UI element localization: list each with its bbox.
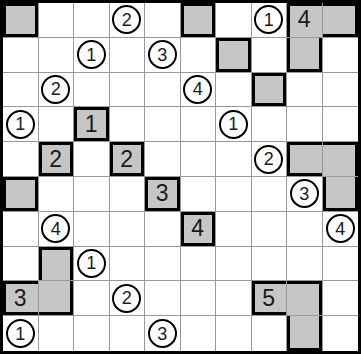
ingredient-circle: 2 [112,5,141,34]
cell-r1c4[interactable]: 3 [145,38,181,73]
cell-r6c8[interactable] [287,212,323,247]
cell-r3c2[interactable]: 1 [74,107,110,142]
pot-value: 4 [191,217,204,240]
cell-r9c2[interactable] [74,316,110,351]
cell-r0c5[interactable] [181,3,217,38]
cell-r3c8[interactable] [287,107,323,142]
cell-r7c8[interactable] [287,247,323,282]
cell-r0c8[interactable]: 4 [287,3,323,38]
cell-r5c1[interactable] [39,177,75,212]
ingredient-circle: 2 [112,284,141,313]
cell-r8c0[interactable]: 3 [3,281,39,316]
cell-r5c7[interactable] [252,177,288,212]
cell-r3c1[interactable] [39,107,75,142]
cell-r4c2[interactable] [74,142,110,177]
ingredient-circle: 4 [183,75,212,104]
cell-r9c1[interactable] [39,316,75,351]
cell-r3c0[interactable]: 1 [3,107,39,142]
ingredient-circle: 3 [148,40,177,69]
cell-r6c5[interactable]: 4 [181,212,217,247]
pot-value: 3 [156,182,169,205]
cell-r9c0[interactable]: 1 [3,316,39,351]
cell-r7c1[interactable] [39,247,75,282]
cell-r5c6[interactable] [216,177,252,212]
cell-r1c6[interactable] [216,38,252,73]
cell-r2c0[interactable] [3,73,39,108]
cell-r8c8[interactable] [287,281,323,316]
cell-r7c4[interactable] [145,247,181,282]
cell-r1c7[interactable] [252,38,288,73]
ingredient-circle: 3 [290,179,319,208]
cell-r6c1[interactable]: 4 [39,212,75,247]
cell-r7c2[interactable]: 1 [74,247,110,282]
ingredient-circle: 1 [254,5,283,34]
cell-r3c3[interactable] [110,107,146,142]
cell-r8c1[interactable] [39,281,75,316]
ingredient-circle: 4 [41,214,70,243]
cell-r8c7[interactable]: 5 [252,281,288,316]
cell-r9c8[interactable] [287,316,323,351]
cell-r4c7[interactable]: 2 [252,142,288,177]
cell-r6c3[interactable] [110,212,146,247]
cell-r1c0[interactable] [3,38,39,73]
cell-r4c6[interactable] [216,142,252,177]
cell-r7c6[interactable] [216,247,252,282]
cell-r8c3[interactable]: 2 [110,281,146,316]
cell-r3c6[interactable]: 1 [216,107,252,142]
cell-r0c1[interactable] [39,3,75,38]
pot-value: 4 [298,8,311,31]
cell-r1c9[interactable] [323,38,359,73]
ingredient-circle: 4 [326,214,355,243]
cell-r7c0[interactable] [3,247,39,282]
cell-r6c0[interactable] [3,212,39,247]
cell-r9c4[interactable]: 3 [145,316,181,351]
cell-r9c3[interactable] [110,316,146,351]
ingredient-circle: 2 [41,75,70,104]
cell-r4c9[interactable] [323,142,359,177]
cell-r2c7[interactable] [252,73,288,108]
cell-r2c3[interactable] [110,73,146,108]
cell-r7c7[interactable] [252,247,288,282]
pot-value: 1 [85,113,98,136]
ingredient-circle: 1 [6,110,35,139]
cell-r4c8[interactable] [287,142,323,177]
cell-r5c2[interactable] [74,177,110,212]
cell-r8c5[interactable] [181,281,217,316]
cell-r7c5[interactable] [181,247,217,282]
cell-r2c5[interactable]: 4 [181,73,217,108]
pot-value: 3 [14,287,27,310]
cell-r0c7[interactable]: 1 [252,3,288,38]
ingredient-circle: 1 [77,249,106,278]
cell-r3c9[interactable] [323,107,359,142]
yosenabe-board: 214132411122233444132513 [0,0,361,354]
cell-r5c4[interactable]: 3 [145,177,181,212]
cell-r6c7[interactable] [252,212,288,247]
cell-r7c3[interactable] [110,247,146,282]
ingredient-circle: 2 [254,145,283,174]
cell-r9c6[interactable] [216,316,252,351]
cell-r2c4[interactable] [145,73,181,108]
cell-r6c6[interactable] [216,212,252,247]
cell-r8c2[interactable] [74,281,110,316]
cell-r5c9[interactable] [323,177,359,212]
cell-r0c4[interactable] [145,3,181,38]
pot-value: 2 [49,148,62,171]
pot-value: 2 [120,148,133,171]
cell-r0c3[interactable]: 2 [110,3,146,38]
cell-r1c2[interactable]: 1 [74,38,110,73]
cell-r7c9[interactable] [323,247,359,282]
cell-r3c7[interactable] [252,107,288,142]
cell-r8c6[interactable] [216,281,252,316]
cell-r5c5[interactable] [181,177,217,212]
cell-r3c5[interactable] [181,107,217,142]
cell-r4c1[interactable]: 2 [39,142,75,177]
cell-r0c0[interactable] [3,3,39,38]
cell-r5c8[interactable]: 3 [287,177,323,212]
cell-r1c1[interactable] [39,38,75,73]
cell-r4c3[interactable]: 2 [110,142,146,177]
cell-r4c5[interactable] [181,142,217,177]
cell-r0c6[interactable] [216,3,252,38]
cell-r9c9[interactable] [323,316,359,351]
cell-r2c2[interactable] [74,73,110,108]
cell-r8c4[interactable] [145,281,181,316]
cell-r1c8[interactable] [287,38,323,73]
cell-r9c7[interactable] [252,316,288,351]
cell-r2c1[interactable]: 2 [39,73,75,108]
ingredient-circle: 1 [6,319,35,348]
cell-r2c9[interactable] [323,73,359,108]
cell-r6c2[interactable] [74,212,110,247]
cell-r6c4[interactable] [145,212,181,247]
cell-r5c0[interactable] [3,177,39,212]
cell-r5c3[interactable] [110,177,146,212]
cell-r0c9[interactable] [323,3,359,38]
cell-r1c3[interactable] [110,38,146,73]
ingredient-circle: 3 [148,319,177,348]
cell-r8c9[interactable] [323,281,359,316]
cell-r2c8[interactable] [287,73,323,108]
cell-r1c5[interactable] [181,38,217,73]
cell-r6c9[interactable]: 4 [323,212,359,247]
pot-value: 5 [262,287,275,310]
cell-r9c5[interactable] [181,316,217,351]
cell-r3c4[interactable] [145,107,181,142]
cell-r2c6[interactable] [216,73,252,108]
ingredient-circle: 1 [77,40,106,69]
cell-r4c0[interactable] [3,142,39,177]
ingredient-circle: 1 [219,110,248,139]
cell-r0c2[interactable] [74,3,110,38]
cell-r4c4[interactable] [145,142,181,177]
